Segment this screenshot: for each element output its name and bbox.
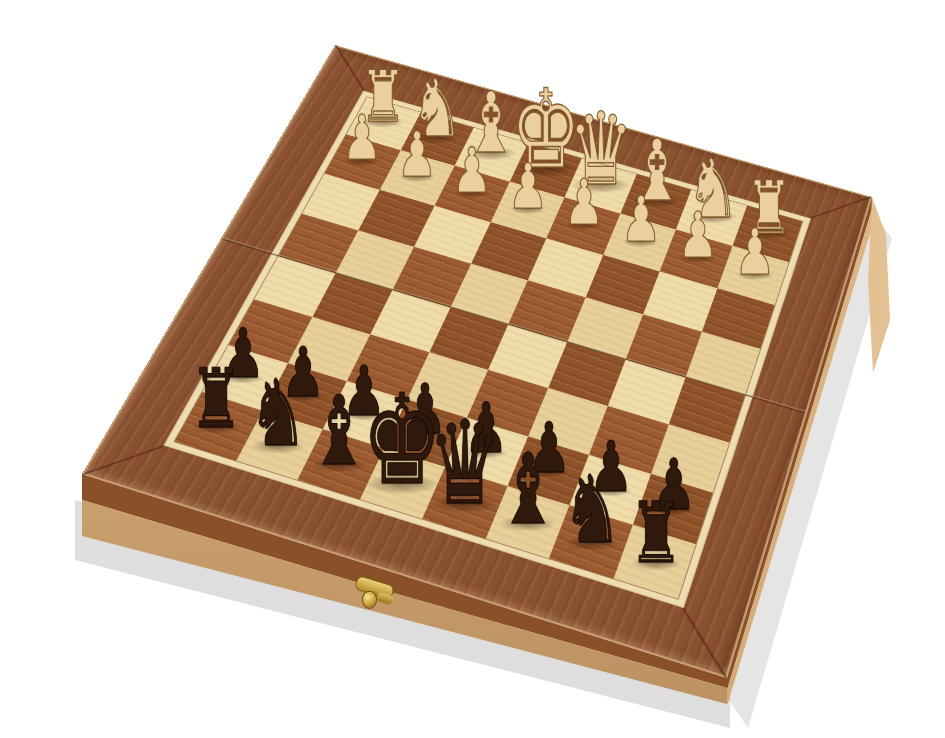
- brass-clasp-knob: [362, 591, 377, 609]
- brass-clasp-icon: [346, 574, 406, 622]
- product-photo-canvas: ♜♞♝♟♚♟♛♟♝♟♞♟♜♟♟♟♟♟♟♜♟♞♟♝♟♚♟♛♟♝♞♜: [0, 0, 945, 738]
